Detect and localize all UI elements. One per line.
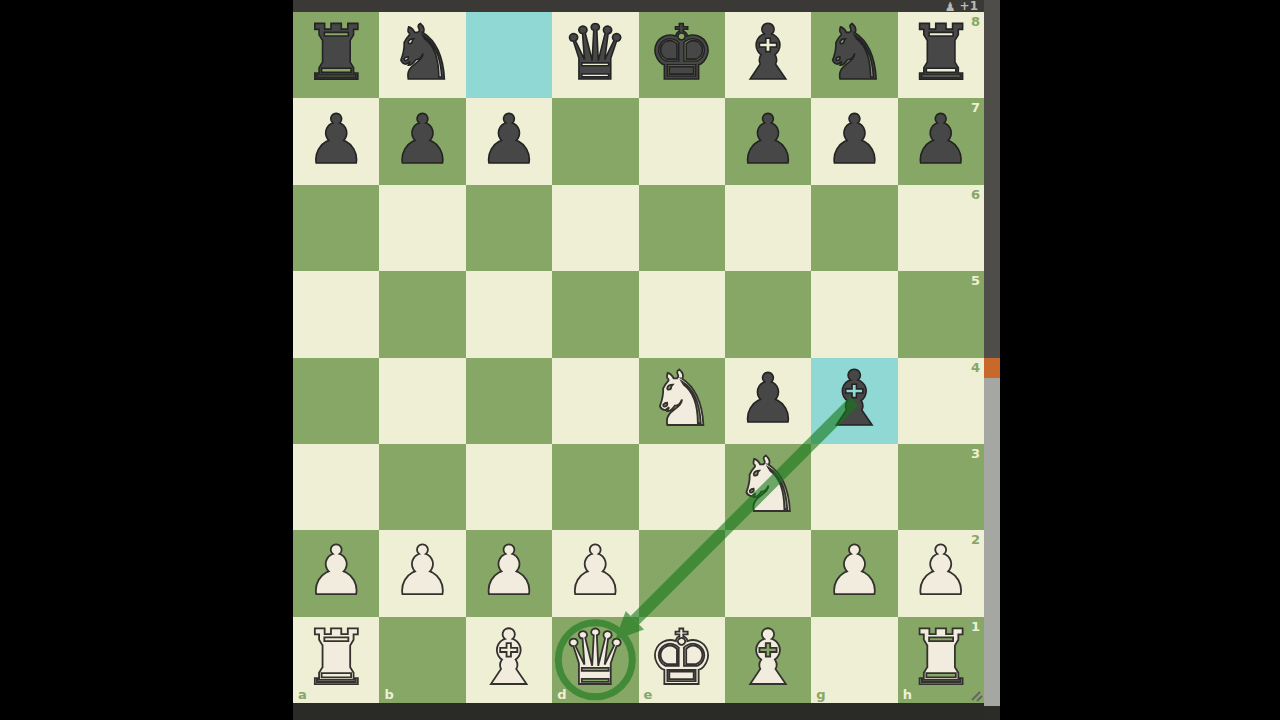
white-queen-d1[interactable]: ♛ [561, 620, 629, 696]
square-e5[interactable] [639, 271, 725, 357]
square-b7[interactable]: ♟ [379, 98, 465, 184]
black-pawn-c7[interactable]: ♟ [478, 106, 539, 174]
square-h7[interactable]: 7♟ [898, 98, 984, 184]
square-h4[interactable]: 4 [898, 358, 984, 444]
rank-label-3: 3 [971, 447, 980, 460]
rank-label-4: 4 [971, 361, 980, 374]
white-rook-a1[interactable]: ♜ [302, 620, 370, 696]
white-pawn-d2[interactable]: ♟ [565, 537, 626, 605]
black-rook-h8[interactable]: ♜ [907, 15, 975, 91]
white-bishop-f1[interactable]: ♝ [734, 620, 802, 696]
square-d1[interactable]: d♛ [552, 617, 638, 703]
file-label-b: b [384, 688, 393, 701]
black-rook-a8[interactable]: ♜ [302, 15, 370, 91]
chess-board[interactable]: ♜♞♛♚♝♞8♜♟♟♟♟♟7♟65♞♟♝4♞3♟♟♟♟♟2♟a♜b♝d♛e♚♝g… [293, 12, 984, 703]
square-e3[interactable] [639, 444, 725, 530]
square-e2[interactable] [639, 530, 725, 616]
square-g2[interactable]: ♟ [811, 530, 897, 616]
rank-label-2: 2 [971, 533, 980, 546]
square-a2[interactable]: ♟ [293, 530, 379, 616]
square-g7[interactable]: ♟ [811, 98, 897, 184]
square-g6[interactable] [811, 185, 897, 271]
square-h8[interactable]: 8♜ [898, 12, 984, 98]
square-a5[interactable] [293, 271, 379, 357]
bottom-strip [293, 703, 1000, 720]
square-g3[interactable] [811, 444, 897, 530]
black-pawn-f4[interactable]: ♟ [738, 365, 799, 433]
square-a7[interactable]: ♟ [293, 98, 379, 184]
square-c4[interactable] [466, 358, 552, 444]
square-f8[interactable]: ♝ [725, 12, 811, 98]
black-king-e8[interactable]: ♚ [648, 15, 716, 91]
square-a3[interactable] [293, 444, 379, 530]
board-resize-handle[interactable] [966, 686, 984, 703]
file-label-g: g [816, 688, 825, 701]
black-queen-d8[interactable]: ♛ [561, 15, 629, 91]
square-e7[interactable] [639, 98, 725, 184]
square-b1[interactable]: b [379, 617, 465, 703]
square-f2[interactable] [725, 530, 811, 616]
square-h5[interactable]: 5 [898, 271, 984, 357]
square-g5[interactable] [811, 271, 897, 357]
square-a1[interactable]: a♜ [293, 617, 379, 703]
square-d8[interactable]: ♛ [552, 12, 638, 98]
white-knight-f3[interactable]: ♞ [734, 447, 802, 523]
square-d5[interactable] [552, 271, 638, 357]
square-f5[interactable] [725, 271, 811, 357]
white-pawn-g2[interactable]: ♟ [824, 537, 885, 605]
square-a8[interactable]: ♜ [293, 12, 379, 98]
black-knight-g8[interactable]: ♞ [820, 15, 888, 91]
square-b4[interactable] [379, 358, 465, 444]
square-f4[interactable]: ♟ [725, 358, 811, 444]
white-pawn-a2[interactable]: ♟ [306, 537, 367, 605]
square-c7[interactable]: ♟ [466, 98, 552, 184]
rank-label-7: 7 [971, 101, 980, 114]
square-c3[interactable] [466, 444, 552, 530]
square-c5[interactable] [466, 271, 552, 357]
square-a6[interactable] [293, 185, 379, 271]
square-g8[interactable]: ♞ [811, 12, 897, 98]
square-a4[interactable] [293, 358, 379, 444]
square-e4[interactable]: ♞ [639, 358, 725, 444]
square-f6[interactable] [725, 185, 811, 271]
white-knight-e4[interactable]: ♞ [648, 361, 716, 437]
square-h3[interactable]: 3 [898, 444, 984, 530]
square-b3[interactable] [379, 444, 465, 530]
square-f1[interactable]: ♝ [725, 617, 811, 703]
square-d3[interactable] [552, 444, 638, 530]
square-d6[interactable] [552, 185, 638, 271]
square-f7[interactable]: ♟ [725, 98, 811, 184]
square-c6[interactable] [466, 185, 552, 271]
square-g4[interactable]: ♝ [811, 358, 897, 444]
square-d7[interactable] [552, 98, 638, 184]
video-frame: ♟ +1 ♜♞♛♚♝♞8♜♟♟♟♟♟7♟65♞♟♝4♞3♟♟♟♟♟2♟a♜b♝d… [0, 0, 1280, 720]
rank-label-5: 5 [971, 274, 980, 287]
square-b5[interactable] [379, 271, 465, 357]
square-h6[interactable]: 6 [898, 185, 984, 271]
black-pawn-a7[interactable]: ♟ [306, 106, 367, 174]
square-d4[interactable] [552, 358, 638, 444]
square-e1[interactable]: e♚ [639, 617, 725, 703]
black-bishop-f8[interactable]: ♝ [734, 15, 802, 91]
square-b8[interactable]: ♞ [379, 12, 465, 98]
black-knight-b8[interactable]: ♞ [388, 15, 456, 91]
white-rook-h1[interactable]: ♜ [907, 620, 975, 696]
scrollbar-bottom-cap [984, 706, 1000, 720]
black-pawn-b7[interactable]: ♟ [392, 106, 453, 174]
square-e8[interactable]: ♚ [639, 12, 725, 98]
square-d2[interactable]: ♟ [552, 530, 638, 616]
square-c1[interactable]: ♝ [466, 617, 552, 703]
white-pawn-h2[interactable]: ♟ [910, 537, 971, 605]
square-c8[interactable] [466, 12, 552, 98]
white-king-e1[interactable]: ♚ [648, 620, 716, 696]
white-bishop-c1[interactable]: ♝ [475, 620, 543, 696]
square-e6[interactable] [639, 185, 725, 271]
scrollbar-orange-marker [984, 358, 1000, 378]
square-c2[interactable]: ♟ [466, 530, 552, 616]
black-bishop-g4[interactable]: ♝ [820, 361, 888, 437]
black-pawn-f7[interactable]: ♟ [738, 106, 799, 174]
white-pawn-b2[interactable]: ♟ [392, 537, 453, 605]
square-b2[interactable]: ♟ [379, 530, 465, 616]
black-pawn-h7[interactable]: ♟ [910, 106, 971, 174]
black-pawn-g7[interactable]: ♟ [824, 106, 885, 174]
scrollbar[interactable] [984, 0, 1000, 720]
square-b6[interactable] [379, 185, 465, 271]
white-pawn-c2[interactable]: ♟ [478, 537, 539, 605]
square-h2[interactable]: 2♟ [898, 530, 984, 616]
square-f3[interactable]: ♞ [725, 444, 811, 530]
rank-label-6: 6 [971, 188, 980, 201]
scrollbar-thumb[interactable] [984, 378, 1000, 706]
square-g1[interactable]: g [811, 617, 897, 703]
